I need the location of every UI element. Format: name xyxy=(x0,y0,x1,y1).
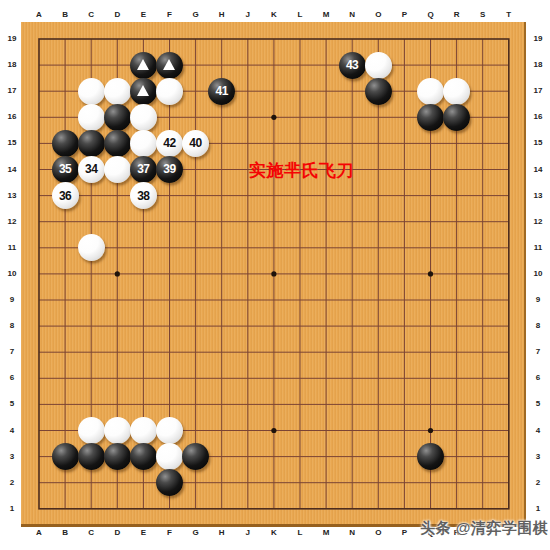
white-stone xyxy=(78,78,105,105)
row-label-left: 14 xyxy=(8,166,17,174)
column-label-bottom: G xyxy=(192,529,198,537)
row-label-left: 19 xyxy=(8,35,17,43)
row-label-right: 10 xyxy=(534,270,543,278)
board-point-E15 xyxy=(130,130,156,156)
white-stone: 34 xyxy=(78,156,105,183)
board-point-F17 xyxy=(156,78,182,104)
black-stone: 39 xyxy=(156,156,183,183)
board-point-C14: 34 xyxy=(78,156,104,182)
move-number: 38 xyxy=(137,189,149,201)
column-label-bottom: M xyxy=(323,529,330,537)
move-number: 41 xyxy=(215,85,227,97)
board-point-C11 xyxy=(78,235,104,261)
row-label-left: 10 xyxy=(8,270,17,278)
column-label-bottom: H xyxy=(219,529,225,537)
board-point-F18 xyxy=(156,52,182,78)
black-stone xyxy=(52,130,79,157)
white-stone xyxy=(78,104,105,131)
board-point-O18 xyxy=(365,52,391,78)
white-stone xyxy=(130,417,157,444)
column-label-top: C xyxy=(88,11,94,19)
row-label-right: 2 xyxy=(536,479,540,487)
white-stone xyxy=(443,78,470,105)
board-point-F14: 39 xyxy=(156,156,182,182)
row-label-left: 3 xyxy=(10,453,14,461)
board-point-D17 xyxy=(104,78,130,104)
row-label-right: 7 xyxy=(536,348,540,356)
black-stone xyxy=(104,130,131,157)
move-number: 40 xyxy=(189,137,201,149)
white-stone xyxy=(104,156,131,183)
board-point-D4 xyxy=(104,417,130,443)
move-number: 34 xyxy=(85,163,97,175)
white-stone xyxy=(156,417,183,444)
column-label-top: Q xyxy=(427,11,433,19)
board-point-G15: 40 xyxy=(183,130,209,156)
black-stone xyxy=(130,52,157,79)
black-stone xyxy=(52,443,79,470)
column-label-bottom: A xyxy=(36,529,42,537)
column-label-bottom: K xyxy=(271,529,277,537)
board-point-F4 xyxy=(156,417,182,443)
board-point-F3 xyxy=(156,443,182,469)
black-stone xyxy=(417,443,444,470)
row-label-left: 18 xyxy=(8,61,17,69)
row-label-left: 5 xyxy=(10,400,14,408)
triangle-mark-icon xyxy=(137,59,149,70)
white-stone xyxy=(78,417,105,444)
column-label-bottom: D xyxy=(114,529,120,537)
column-label-bottom: N xyxy=(349,529,355,537)
board-point-B14: 35 xyxy=(52,156,78,182)
row-label-left: 13 xyxy=(8,192,17,200)
black-stone xyxy=(130,443,157,470)
column-label-top: T xyxy=(506,11,511,19)
board-point-C3 xyxy=(78,443,104,469)
stones-layer: 43414240353437393638 xyxy=(26,26,522,522)
white-stone: 42 xyxy=(156,130,183,157)
board-point-B3 xyxy=(52,443,78,469)
board-point-E3 xyxy=(130,443,156,469)
row-label-right: 9 xyxy=(536,296,540,304)
board-point-Q17 xyxy=(417,78,443,104)
white-stone xyxy=(104,78,131,105)
white-stone xyxy=(156,443,183,470)
row-label-left: 15 xyxy=(8,139,17,147)
column-label-top: N xyxy=(349,11,355,19)
column-label-top: K xyxy=(271,11,277,19)
row-label-left: 16 xyxy=(8,113,17,121)
column-label-top: R xyxy=(454,11,460,19)
black-stone xyxy=(156,469,183,496)
row-label-right: 8 xyxy=(536,322,540,330)
column-label-top: H xyxy=(219,11,225,19)
white-stone: 40 xyxy=(182,130,209,157)
row-label-right: 15 xyxy=(534,139,543,147)
black-stone xyxy=(182,443,209,470)
row-label-right: 16 xyxy=(534,113,543,121)
row-label-right: 13 xyxy=(534,192,543,200)
column-label-top: L xyxy=(298,11,303,19)
column-label-top: J xyxy=(246,11,250,19)
black-stone: 43 xyxy=(339,52,366,79)
board-point-D16 xyxy=(104,104,130,130)
row-label-right: 12 xyxy=(534,218,543,226)
board-point-Q3 xyxy=(417,443,443,469)
column-label-top: D xyxy=(114,11,120,19)
black-stone xyxy=(78,443,105,470)
row-label-right: 19 xyxy=(534,35,543,43)
board-point-D15 xyxy=(104,130,130,156)
row-label-right: 18 xyxy=(534,61,543,69)
black-stone xyxy=(365,78,392,105)
column-label-bottom: C xyxy=(88,529,94,537)
white-stone xyxy=(417,78,444,105)
column-label-top: B xyxy=(62,11,68,19)
row-label-left: 12 xyxy=(8,218,17,226)
column-label-bottom: J xyxy=(246,529,250,537)
board-point-C16 xyxy=(78,104,104,130)
board-point-G3 xyxy=(183,443,209,469)
board-point-E13: 38 xyxy=(130,183,156,209)
board-point-E17 xyxy=(130,78,156,104)
row-label-right: 11 xyxy=(534,244,542,252)
black-stone xyxy=(104,104,131,131)
black-stone xyxy=(443,104,470,131)
row-label-right: 14 xyxy=(534,166,543,174)
white-stone xyxy=(78,234,105,261)
column-label-bottom: O xyxy=(375,529,381,537)
watermark: 头条 @清弈学围棋 xyxy=(420,519,548,538)
board-point-D14 xyxy=(104,156,130,182)
column-label-bottom: E xyxy=(141,529,146,537)
board-point-C17 xyxy=(78,78,104,104)
board-point-B13: 36 xyxy=(52,183,78,209)
row-label-right: 3 xyxy=(536,453,540,461)
board-point-E14: 37 xyxy=(130,156,156,182)
row-label-left: 4 xyxy=(10,427,14,435)
board-point-H17: 41 xyxy=(209,78,235,104)
column-label-bottom: L xyxy=(298,529,303,537)
row-label-left: 9 xyxy=(10,296,14,304)
row-label-left: 2 xyxy=(10,479,14,487)
board-point-F2 xyxy=(156,470,182,496)
row-label-right: 6 xyxy=(536,374,540,382)
row-label-left: 6 xyxy=(10,374,14,382)
column-label-top: M xyxy=(323,11,330,19)
black-stone: 41 xyxy=(208,78,235,105)
column-label-top: S xyxy=(480,11,485,19)
row-label-left: 8 xyxy=(10,322,14,330)
board-point-E18 xyxy=(130,52,156,78)
move-number: 37 xyxy=(137,163,149,175)
board-point-E4 xyxy=(130,417,156,443)
black-stone: 37 xyxy=(130,156,157,183)
black-stone: 35 xyxy=(52,156,79,183)
row-label-left: 1 xyxy=(10,505,14,513)
board-point-C15 xyxy=(78,130,104,156)
black-stone xyxy=(417,104,444,131)
column-label-top: F xyxy=(167,11,172,19)
white-stone: 38 xyxy=(130,182,157,209)
column-label-top: P xyxy=(402,11,407,19)
black-stone xyxy=(130,78,157,105)
row-label-left: 11 xyxy=(8,244,16,252)
row-label-left: 17 xyxy=(8,87,17,95)
board-point-C4 xyxy=(78,417,104,443)
board-point-E16 xyxy=(130,104,156,130)
row-label-left: 7 xyxy=(10,348,14,356)
row-label-right: 5 xyxy=(536,400,540,408)
column-label-bottom: P xyxy=(402,529,407,537)
white-stone xyxy=(130,130,157,157)
column-label-top: E xyxy=(141,11,146,19)
column-label-top: A xyxy=(36,11,42,19)
go-diagram: 43414240353437393638 AABBCCDDEEFFGGHHJJK… xyxy=(0,0,550,550)
move-number: 43 xyxy=(346,59,358,71)
board-point-Q16 xyxy=(417,104,443,130)
move-number: 36 xyxy=(59,189,71,201)
black-stone xyxy=(78,130,105,157)
triangle-mark-icon xyxy=(137,85,149,96)
board-point-O17 xyxy=(365,78,391,104)
move-number: 35 xyxy=(59,163,71,175)
column-label-bottom: F xyxy=(167,529,172,537)
board-point-B15 xyxy=(52,130,78,156)
white-stone xyxy=(156,78,183,105)
row-label-right: 4 xyxy=(536,427,540,435)
board-point-D3 xyxy=(104,443,130,469)
go-board: 43414240353437393638 xyxy=(21,22,526,527)
black-stone xyxy=(156,52,183,79)
move-number: 39 xyxy=(163,163,175,175)
black-stone xyxy=(104,443,131,470)
move-annotation: 实施芈氏飞刀 xyxy=(249,159,354,182)
white-stone xyxy=(365,52,392,79)
column-label-top: O xyxy=(375,11,381,19)
column-label-top: G xyxy=(192,11,198,19)
column-label-bottom: B xyxy=(62,529,68,537)
white-stone: 36 xyxy=(52,182,79,209)
triangle-mark-icon xyxy=(163,59,175,70)
move-number: 42 xyxy=(163,137,175,149)
row-label-right: 1 xyxy=(536,505,540,513)
board-point-R17 xyxy=(443,78,469,104)
white-stone xyxy=(130,104,157,131)
row-label-right: 17 xyxy=(534,87,543,95)
white-stone xyxy=(104,417,131,444)
board-point-N18: 43 xyxy=(339,52,365,78)
board-point-R16 xyxy=(443,104,469,130)
board-point-F15: 42 xyxy=(156,130,182,156)
